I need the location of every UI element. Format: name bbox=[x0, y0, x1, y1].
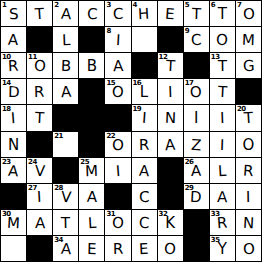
block-r9c8 bbox=[184, 210, 209, 235]
cell-letter: V bbox=[60, 189, 71, 205]
cell-r5c6[interactable]: 19I bbox=[132, 105, 157, 130]
cell-r1c10[interactable]: 7O bbox=[236, 1, 261, 26]
cell-letter: I bbox=[141, 111, 146, 126]
block-r2c2 bbox=[27, 27, 52, 52]
block-r5c5 bbox=[105, 105, 130, 130]
cell-letter: D bbox=[190, 189, 202, 205]
cell-letter: T bbox=[218, 59, 227, 74]
cell-letter: T bbox=[165, 59, 175, 74]
cell-letter: I bbox=[220, 111, 225, 126]
block-r2c7 bbox=[158, 27, 183, 52]
block-r10c8 bbox=[184, 236, 209, 261]
cell-r8c8[interactable]: 29D bbox=[184, 184, 209, 209]
block-r8c1 bbox=[1, 184, 26, 209]
cell-letter: A bbox=[60, 242, 71, 258]
cell-r2c9[interactable]: O bbox=[210, 27, 235, 52]
cell-letter: A bbox=[8, 163, 19, 179]
cell-letter: O bbox=[112, 85, 124, 100]
cell-letter: I bbox=[115, 33, 120, 48]
cell-letter: E bbox=[87, 242, 97, 257]
clue-number: 7 bbox=[237, 1, 241, 9]
cell-r7c4[interactable]: 25M bbox=[79, 158, 104, 183]
cell-r4c8[interactable]: 17O bbox=[184, 79, 209, 104]
cell-letter: M bbox=[85, 163, 98, 178]
cell-r3c7[interactable]: 12T bbox=[158, 53, 183, 78]
cell-r2c8[interactable]: 9C bbox=[184, 27, 209, 52]
cell-r5c8[interactable]: I bbox=[184, 105, 209, 130]
cell-letter: K bbox=[165, 216, 175, 231]
cell-r10c3[interactable]: 34A bbox=[53, 236, 78, 261]
cell-r1c6[interactable]: 4H bbox=[132, 1, 157, 26]
cell-letter: T bbox=[191, 7, 201, 22]
cell-r8c3[interactable]: 28V bbox=[53, 184, 78, 209]
cell-letter: C bbox=[86, 7, 97, 22]
block-r6c2 bbox=[27, 132, 52, 157]
cell-r4c3[interactable]: A bbox=[53, 79, 78, 104]
cell-r6c8[interactable]: Z bbox=[184, 132, 209, 157]
cell-letter: L bbox=[87, 216, 96, 231]
cell-r10c6[interactable]: E bbox=[132, 236, 157, 261]
crossword-grid: 1ST2AC3C4HE5T6T7OAL8I9COM10R11OBBA12T13T… bbox=[0, 0, 262, 262]
cell-r9c2[interactable]: A bbox=[27, 210, 52, 235]
cell-r4c6[interactable]: 16L bbox=[132, 79, 157, 104]
cell-letter: T bbox=[35, 7, 45, 23]
block-r5c4 bbox=[79, 105, 104, 130]
cell-r10c1[interactable] bbox=[1, 236, 26, 261]
cell-letter: A bbox=[8, 33, 19, 48]
cell-r10c4[interactable]: E bbox=[79, 236, 104, 261]
cell-r9c10[interactable]: N bbox=[236, 210, 261, 235]
cell-letter: L bbox=[61, 33, 70, 48]
cell-letter: Y bbox=[218, 242, 227, 257]
cell-r2c10[interactable]: M bbox=[236, 27, 261, 52]
cell-letter: A bbox=[60, 7, 71, 23]
cell-letter: N bbox=[164, 111, 176, 126]
cell-r3c1[interactable]: 10R bbox=[1, 53, 26, 78]
cell-r10c9[interactable]: 35Y bbox=[210, 236, 235, 261]
cell-letter: I bbox=[220, 137, 225, 152]
cell-letter: L bbox=[140, 85, 148, 100]
block-r6c4 bbox=[79, 132, 104, 157]
cell-r1c1[interactable]: 1S bbox=[1, 1, 26, 26]
cell-r5c2[interactable]: T bbox=[27, 105, 52, 130]
cell-letter: A bbox=[165, 137, 176, 153]
cell-r3c9[interactable]: 13T bbox=[210, 53, 235, 78]
clue-number: 19 bbox=[133, 105, 142, 113]
block-r2c4 bbox=[79, 27, 104, 52]
block-r8c5 bbox=[105, 184, 130, 209]
cell-letter: A bbox=[217, 190, 228, 205]
clue-number: 21 bbox=[54, 132, 63, 140]
cell-letter: I bbox=[194, 111, 198, 126]
cell-letter: E bbox=[165, 7, 176, 23]
clue-number: 3 bbox=[106, 1, 110, 9]
cell-r1c3[interactable]: 2A bbox=[53, 1, 78, 26]
cell-r9c4[interactable]: L bbox=[79, 210, 104, 235]
cell-r6c1[interactable]: N bbox=[1, 132, 26, 157]
cell-r9c1[interactable]: 30M bbox=[1, 210, 26, 235]
cell-r7c1[interactable]: 23A bbox=[1, 158, 26, 183]
cell-letter: M bbox=[242, 33, 255, 48]
cell-r5c7[interactable]: N bbox=[158, 105, 183, 130]
block-r7c3 bbox=[53, 158, 78, 183]
clue-number: 8 bbox=[106, 27, 110, 35]
block-r4c10 bbox=[236, 79, 261, 104]
cell-letter: O bbox=[243, 138, 255, 153]
cell-r3c10[interactable]: G bbox=[236, 53, 261, 78]
cell-letter: R bbox=[8, 59, 19, 75]
cell-letter: O bbox=[242, 7, 254, 22]
cell-r9c3[interactable]: T bbox=[53, 210, 78, 235]
cell-letter: T bbox=[61, 216, 70, 231]
cell-r1c7[interactable]: E bbox=[158, 1, 183, 26]
cell-r8c9[interactable]: A bbox=[210, 184, 235, 209]
cell-r6c9[interactable]: I bbox=[210, 132, 235, 157]
cell-letter: R bbox=[243, 163, 254, 179]
cell-r7c10[interactable]: R bbox=[236, 158, 261, 183]
cell-letter: E bbox=[139, 242, 149, 257]
cell-letter: O bbox=[190, 85, 203, 101]
block-r3c6 bbox=[132, 53, 157, 78]
cell-r7c8[interactable]: 26A bbox=[184, 158, 209, 183]
cell-r1c2[interactable]: T bbox=[27, 1, 52, 26]
cell-r6c5[interactable]: 22O bbox=[105, 132, 130, 157]
cell-letter: A bbox=[34, 216, 45, 231]
cell-r8c6[interactable]: C bbox=[132, 184, 157, 209]
clue-number: 4 bbox=[133, 1, 137, 9]
cell-letter: R bbox=[34, 85, 45, 100]
cell-letter: C bbox=[139, 216, 150, 231]
cell-letter: I bbox=[168, 85, 173, 100]
cell-r4c1[interactable]: 14D bbox=[1, 79, 26, 104]
cell-letter: N bbox=[8, 138, 19, 153]
cell-letter: A bbox=[86, 190, 97, 205]
cell-r5c1[interactable]: 18I bbox=[1, 105, 26, 130]
cell-letter: T bbox=[218, 7, 227, 22]
cell-r7c2[interactable]: 24V bbox=[27, 158, 52, 183]
cell-letter: B bbox=[87, 59, 97, 74]
cell-r8c2[interactable]: 27I bbox=[27, 184, 52, 209]
cell-letter: T bbox=[243, 111, 253, 127]
cell-r6c7[interactable]: A bbox=[158, 132, 183, 157]
cell-letter: H bbox=[138, 7, 150, 23]
cell-letter: G bbox=[242, 59, 254, 75]
cell-letter: I bbox=[246, 190, 251, 205]
cell-letter: L bbox=[218, 163, 227, 178]
block-r3c8 bbox=[184, 53, 209, 78]
cell-letter: C bbox=[113, 7, 124, 22]
cell-r3c5[interactable]: A bbox=[105, 53, 130, 78]
cell-letter: I bbox=[11, 111, 16, 126]
cell-r1c9[interactable]: 6T bbox=[210, 1, 235, 26]
clue-number: 5 bbox=[185, 1, 189, 9]
cell-r1c5[interactable]: 3C bbox=[105, 1, 130, 26]
cell-r4c2[interactable]: R bbox=[27, 79, 52, 104]
cell-r3c4[interactable]: B bbox=[79, 53, 104, 78]
block-r10c2 bbox=[27, 236, 52, 261]
cell-letter: N bbox=[242, 216, 254, 232]
cell-r9c5[interactable]: 31O bbox=[105, 210, 130, 235]
cell-letter: O bbox=[33, 59, 46, 75]
cell-letter: O bbox=[164, 242, 177, 258]
cell-letter: O bbox=[112, 215, 125, 231]
cell-r2c3[interactable]: L bbox=[53, 27, 78, 52]
cell-r3c3[interactable]: B bbox=[53, 53, 78, 78]
clue-number: 2 bbox=[54, 1, 58, 9]
cell-r4c9[interactable]: T bbox=[210, 79, 235, 104]
cell-r2c1[interactable]: A bbox=[1, 27, 26, 52]
cell-letter: V bbox=[34, 163, 45, 178]
cell-r5c10[interactable]: 20T bbox=[236, 105, 261, 130]
cell-letter: T bbox=[217, 85, 227, 100]
cell-r6c3[interactable]: 21 bbox=[53, 132, 78, 157]
cell-r7c9[interactable]: L bbox=[210, 158, 235, 183]
cell-letter: A bbox=[60, 85, 71, 101]
block-r8c7 bbox=[158, 184, 183, 209]
cell-r4c5[interactable]: 15O bbox=[105, 79, 130, 104]
cell-letter: O bbox=[216, 33, 229, 49]
cell-r1c8[interactable]: 5T bbox=[184, 1, 209, 26]
clue-number: 9 bbox=[185, 27, 189, 35]
cell-r8c10[interactable]: I bbox=[236, 184, 261, 209]
cell-r1c4[interactable]: C bbox=[79, 1, 104, 26]
cell-letter: T bbox=[35, 111, 45, 126]
cell-letter: R bbox=[113, 242, 124, 257]
cell-letter: A bbox=[139, 163, 150, 179]
cell-r4c7[interactable]: I bbox=[158, 79, 183, 104]
cell-r8c4[interactable]: A bbox=[79, 184, 104, 209]
cell-letter: R bbox=[139, 137, 150, 152]
clue-number: 6 bbox=[211, 1, 215, 9]
cell-letter: S bbox=[9, 7, 19, 22]
block-r7c7 bbox=[158, 158, 183, 183]
cell-letter: D bbox=[8, 85, 20, 100]
cell-r3c2[interactable]: 11O bbox=[27, 53, 52, 78]
cell-r2c5[interactable]: 8I bbox=[105, 27, 130, 52]
cell-letter: A bbox=[113, 59, 124, 74]
block-r4c4 bbox=[79, 79, 104, 104]
cell-letter: B bbox=[60, 59, 71, 74]
cell-r10c5[interactable]: R bbox=[105, 236, 130, 261]
cell-letter: Z bbox=[191, 137, 202, 153]
cell-letter: M bbox=[7, 216, 21, 232]
cell-letter: I bbox=[115, 164, 120, 179]
cell-r7c5[interactable]: I bbox=[105, 158, 130, 183]
cell-letter: A bbox=[191, 164, 202, 179]
cell-r10c7[interactable]: O bbox=[158, 236, 183, 261]
cell-letter: I bbox=[37, 190, 42, 205]
cell-r10c10[interactable]: O bbox=[236, 236, 261, 261]
clue-number: 1 bbox=[2, 1, 6, 9]
block-r5c3 bbox=[53, 105, 78, 130]
cell-r5c9[interactable]: I bbox=[210, 105, 235, 130]
cell-r6c10[interactable]: O bbox=[236, 132, 261, 157]
cell-r2c6[interactable] bbox=[132, 27, 157, 52]
cell-letter: C bbox=[139, 190, 150, 205]
cell-r9c6[interactable]: C bbox=[132, 210, 157, 235]
cell-r9c9[interactable]: 33R bbox=[210, 210, 235, 235]
cell-letter: R bbox=[217, 215, 228, 231]
cell-r6c6[interactable]: R bbox=[132, 132, 157, 157]
cell-letter: O bbox=[242, 242, 254, 257]
cell-r9c7[interactable]: 32K bbox=[158, 210, 183, 235]
cell-r7c6[interactable]: A bbox=[132, 158, 157, 183]
cell-letter: C bbox=[191, 33, 202, 49]
cell-letter: O bbox=[112, 137, 124, 152]
